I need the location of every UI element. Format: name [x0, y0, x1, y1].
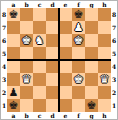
square-a6: [7, 34, 20, 47]
square-g7: [85, 21, 98, 34]
file-label-d: d: [46, 1, 59, 8]
square-e3: [59, 73, 72, 86]
rank-label-2: 2: [111, 86, 117, 99]
file-label-b: b: [20, 112, 33, 119]
square-b7: [20, 21, 33, 34]
white-king-b6: ♚: [22, 34, 32, 47]
square-b6: ♚: [20, 34, 33, 47]
square-g6: [85, 34, 98, 47]
square-g8: [85, 8, 98, 21]
rank-label-6: 6: [111, 34, 117, 47]
file-labels-top: abcdefgh: [7, 1, 111, 8]
square-e6: [59, 34, 72, 47]
board: ♚♚♟♚♞♚♛♚♛♟♚♚: [7, 8, 111, 112]
square-f4: [72, 60, 85, 73]
square-c4: [33, 60, 46, 73]
square-c1: [33, 99, 46, 112]
white-knight-c6: ♞: [35, 34, 45, 47]
square-b8: [20, 8, 33, 21]
file-labels-bottom: abcdefgh: [7, 112, 111, 119]
white-queen-b3: ♛: [22, 73, 32, 86]
square-h8: [98, 8, 111, 21]
square-b3: ♛: [20, 73, 33, 86]
black-king-f8: ♚: [74, 8, 84, 21]
square-a4: [7, 60, 20, 73]
square-f3: ♚: [72, 73, 85, 86]
square-c6: ♞: [33, 34, 46, 47]
square-g2: [85, 86, 98, 99]
square-h7: [98, 21, 111, 34]
rank-label-5: 5: [111, 47, 117, 60]
square-h4: [98, 60, 111, 73]
square-b1: [20, 99, 33, 112]
square-c8: [33, 8, 46, 21]
square-c7: [33, 21, 46, 34]
black-king-a8: ♚: [9, 8, 19, 21]
rank-label-1: 1: [111, 99, 117, 112]
square-c2: [33, 86, 46, 99]
file-label-f: f: [72, 1, 85, 8]
square-a2: ♟: [7, 86, 20, 99]
square-f7: ♟: [72, 21, 85, 34]
file-label-c: c: [33, 1, 46, 8]
square-h6: [98, 34, 111, 47]
rank-label-4: 4: [111, 60, 117, 73]
file-label-h: h: [98, 1, 111, 8]
black-king-g1: ♚: [87, 99, 97, 112]
square-f8: ♚: [72, 8, 85, 21]
file-label-h: h: [98, 112, 111, 119]
file-label-a: a: [7, 112, 20, 119]
square-h1: [98, 99, 111, 112]
file-label-b: b: [20, 1, 33, 8]
square-b4: [20, 60, 33, 73]
file-label-d: d: [46, 112, 59, 119]
square-b2: [20, 86, 33, 99]
square-c3: [33, 73, 46, 86]
square-g1: ♚: [85, 99, 98, 112]
file-label-g: g: [85, 112, 98, 119]
square-a3: [7, 73, 20, 86]
file-label-c: c: [33, 112, 46, 119]
chess-diagram: abcdefgh 87654321 ♚♚♟♚♞♚♛♚♛♟♚♚ 87654321 …: [0, 0, 118, 120]
square-h3: ♛: [98, 73, 111, 86]
square-a1: ♚: [7, 99, 20, 112]
file-label-f: f: [72, 112, 85, 119]
rank-label-8: 8: [111, 8, 117, 21]
square-e2: [59, 86, 72, 99]
square-a7: [7, 21, 20, 34]
square-a8: ♚: [7, 8, 20, 21]
square-f6: ♚: [72, 34, 85, 47]
black-pawn-a2: ♟: [9, 86, 19, 99]
rank-label-7: 7: [111, 21, 117, 34]
square-e1: [59, 99, 72, 112]
square-f2: [72, 86, 85, 99]
white-pawn-f7: ♟: [74, 21, 84, 34]
quadrant-divider-horizontal: [7, 59, 111, 61]
square-h2: [98, 86, 111, 99]
white-king-f6: ♚: [74, 34, 84, 47]
square-g4: [85, 60, 98, 73]
rank-label-3: 3: [111, 73, 117, 86]
black-king-a1: ♚: [9, 99, 19, 112]
square-e8: [59, 8, 72, 21]
rank-labels-right: 87654321: [111, 8, 117, 112]
file-label-g: g: [85, 1, 98, 8]
white-queen-h3: ♛: [100, 73, 110, 86]
square-e7: [59, 21, 72, 34]
file-label-a: a: [7, 1, 20, 8]
square-g3: [85, 73, 98, 86]
file-label-e: e: [59, 112, 72, 119]
white-king-f3: ♚: [74, 73, 84, 86]
square-e4: [59, 60, 72, 73]
file-label-e: e: [59, 1, 72, 8]
square-f1: [72, 99, 85, 112]
